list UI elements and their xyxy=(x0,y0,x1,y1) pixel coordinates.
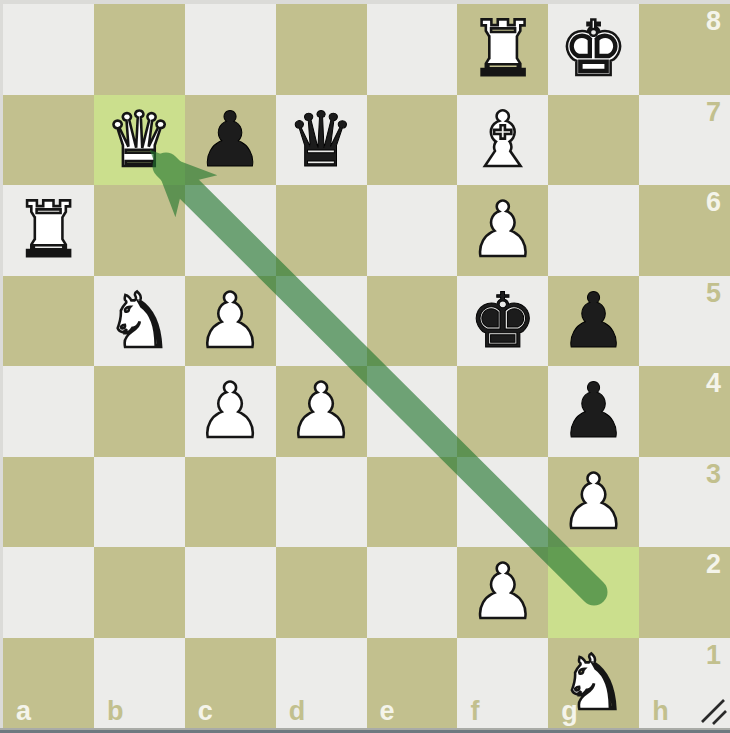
file-label-d: d xyxy=(289,698,306,725)
black-pawn-c7[interactable]: ♟ xyxy=(185,95,276,186)
white-pawn-d4[interactable]: ♟ xyxy=(276,366,367,457)
square-f7[interactable]: ♝ xyxy=(457,95,548,186)
square-f4[interactable] xyxy=(457,366,548,457)
square-c7[interactable]: ♟ xyxy=(185,95,276,186)
black-pawn-g5[interactable]: ♟ xyxy=(548,276,639,367)
square-e6[interactable] xyxy=(367,185,458,276)
rank-label-5: 5 xyxy=(706,280,721,307)
square-g8[interactable]: ♚ xyxy=(548,4,639,95)
file-label-f: f xyxy=(470,698,479,725)
square-g3[interactable]: ♟ xyxy=(548,457,639,548)
square-b3[interactable] xyxy=(94,457,185,548)
square-h2[interactable]: 2 xyxy=(639,547,730,638)
square-a6[interactable]: ♜ xyxy=(3,185,94,276)
square-e5[interactable] xyxy=(367,276,458,367)
square-c2[interactable] xyxy=(185,547,276,638)
white-pawn-f6[interactable]: ♟ xyxy=(457,185,548,276)
rank-label-3: 3 xyxy=(706,461,721,488)
white-bishop-f7[interactable]: ♝ xyxy=(457,95,548,186)
white-pawn-c5[interactable]: ♟ xyxy=(185,276,276,367)
file-label-c: c xyxy=(198,698,213,725)
square-b6[interactable] xyxy=(94,185,185,276)
white-knight-g1[interactable]: ♞ xyxy=(548,638,639,729)
square-a4[interactable] xyxy=(3,366,94,457)
white-pawn-f2[interactable]: ♟ xyxy=(457,547,548,638)
white-knight-b5[interactable]: ♞ xyxy=(94,276,185,367)
square-f8[interactable]: ♜ xyxy=(457,4,548,95)
square-d3[interactable] xyxy=(276,457,367,548)
rank-label-1: 1 xyxy=(706,642,721,669)
black-queen-d7[interactable]: ♛ xyxy=(276,95,367,186)
white-queen-b7[interactable]: ♛ xyxy=(94,95,185,186)
square-c8[interactable] xyxy=(185,4,276,95)
rank-label-4: 4 xyxy=(706,370,721,397)
square-h3[interactable]: 3 xyxy=(639,457,730,548)
square-b4[interactable] xyxy=(94,366,185,457)
rank-label-2: 2 xyxy=(706,551,721,578)
square-g7[interactable] xyxy=(548,95,639,186)
white-pawn-c4[interactable]: ♟ xyxy=(185,366,276,457)
square-d2[interactable] xyxy=(276,547,367,638)
square-c6[interactable] xyxy=(185,185,276,276)
square-c5[interactable]: ♟ xyxy=(185,276,276,367)
black-pawn-g4[interactable]: ♟ xyxy=(548,366,639,457)
square-c1[interactable]: c xyxy=(185,638,276,729)
square-f3[interactable] xyxy=(457,457,548,548)
white-rook-f8[interactable]: ♜ xyxy=(457,4,548,95)
square-b2[interactable] xyxy=(94,547,185,638)
chess-board: ♜♚8♛♟♛♝7♜♟6♞♟♚♟5♟♟♟4♟3♟2abcdef♞g1h xyxy=(3,4,730,728)
square-d1[interactable]: d xyxy=(276,638,367,729)
rank-label-7: 7 xyxy=(706,99,721,126)
square-g2[interactable] xyxy=(548,547,639,638)
rank-label-8: 8 xyxy=(706,8,721,35)
square-g1[interactable]: ♞g xyxy=(548,638,639,729)
square-g4[interactable]: ♟ xyxy=(548,366,639,457)
square-h8[interactable]: 8 xyxy=(639,4,730,95)
square-e7[interactable] xyxy=(367,95,458,186)
square-d7[interactable]: ♛ xyxy=(276,95,367,186)
square-a7[interactable] xyxy=(3,95,94,186)
file-label-e: e xyxy=(380,698,395,725)
square-h7[interactable]: 7 xyxy=(639,95,730,186)
square-d8[interactable] xyxy=(276,4,367,95)
square-f2[interactable]: ♟ xyxy=(457,547,548,638)
square-a8[interactable] xyxy=(3,4,94,95)
resize-handle-icon[interactable] xyxy=(700,698,728,726)
square-h6[interactable]: 6 xyxy=(639,185,730,276)
square-f5[interactable]: ♚ xyxy=(457,276,548,367)
chess-board-frame: ♜♚8♛♟♛♝7♜♟6♞♟♚♟5♟♟♟4♟3♟2abcdef♞g1h xyxy=(0,0,730,733)
square-b7[interactable]: ♛ xyxy=(94,95,185,186)
square-g6[interactable] xyxy=(548,185,639,276)
square-a5[interactable] xyxy=(3,276,94,367)
square-h4[interactable]: 4 xyxy=(639,366,730,457)
square-e1[interactable]: e xyxy=(367,638,458,729)
square-f6[interactable]: ♟ xyxy=(457,185,548,276)
square-h5[interactable]: 5 xyxy=(639,276,730,367)
black-king-f5[interactable]: ♚ xyxy=(457,276,548,367)
square-b8[interactable] xyxy=(94,4,185,95)
square-e4[interactable] xyxy=(367,366,458,457)
square-g5[interactable]: ♟ xyxy=(548,276,639,367)
square-b1[interactable]: b xyxy=(94,638,185,729)
window-bottom-edge xyxy=(0,728,730,733)
square-a2[interactable] xyxy=(3,547,94,638)
square-e2[interactable] xyxy=(367,547,458,638)
square-d5[interactable] xyxy=(276,276,367,367)
square-d6[interactable] xyxy=(276,185,367,276)
square-c4[interactable]: ♟ xyxy=(185,366,276,457)
white-pawn-g3[interactable]: ♟ xyxy=(548,457,639,548)
white-rook-a6[interactable]: ♜ xyxy=(3,185,94,276)
square-a3[interactable] xyxy=(3,457,94,548)
file-label-b: b xyxy=(107,698,124,725)
square-f1[interactable]: f xyxy=(457,638,548,729)
square-b5[interactable]: ♞ xyxy=(94,276,185,367)
rank-label-6: 6 xyxy=(706,189,721,216)
white-king-g8[interactable]: ♚ xyxy=(548,4,639,95)
square-c3[interactable] xyxy=(185,457,276,548)
square-d4[interactable]: ♟ xyxy=(276,366,367,457)
file-label-a: a xyxy=(16,698,31,725)
file-label-h: h xyxy=(652,698,669,725)
square-a1[interactable]: a xyxy=(3,638,94,729)
square-e3[interactable] xyxy=(367,457,458,548)
square-e8[interactable] xyxy=(367,4,458,95)
